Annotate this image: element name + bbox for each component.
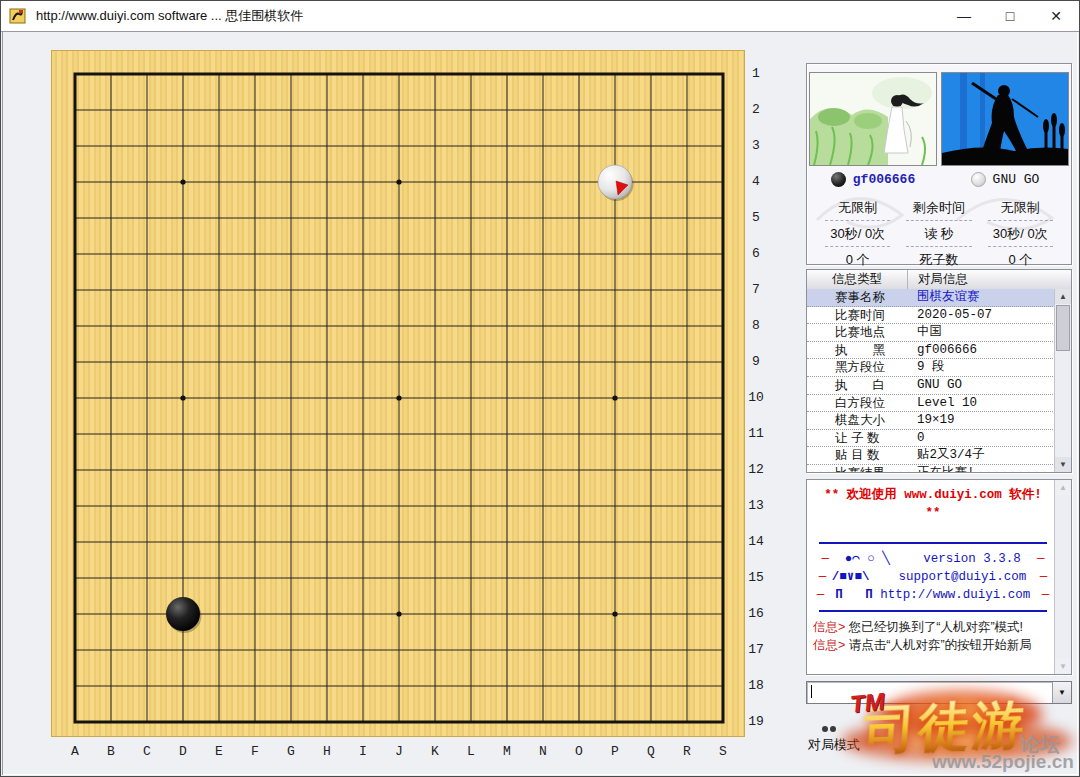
black-time-limit: 无限制	[825, 195, 890, 221]
row-label-19: 19	[744, 714, 768, 729]
row-label-2: 2	[744, 102, 768, 117]
console-scrollbar[interactable]: ▲ ▼	[1054, 480, 1071, 674]
row-label-1: 1	[744, 66, 768, 81]
row-label-5: 5	[744, 210, 768, 225]
info-message: 信息> 请点击“人机对弈”的按钮开始新局	[813, 636, 1053, 654]
row-value: 贴2又3/4子	[907, 447, 1055, 464]
row-label: 黑方段位	[807, 359, 907, 376]
row-label: 棋盘大小	[807, 412, 907, 429]
scroll-down-icon[interactable]: ▼	[1055, 659, 1071, 674]
row-label-17: 17	[744, 642, 768, 657]
table-row[interactable]: 白方段位Level 10	[807, 395, 1055, 413]
column-label-R: R	[669, 744, 705, 759]
row-label-4: 4	[744, 174, 768, 189]
row-label-6: 6	[744, 246, 768, 261]
column-label-O: O	[561, 744, 597, 759]
row-label-18: 18	[744, 678, 768, 693]
time-info-grid: 无限制 剩余时间 无限制 30秒/ 0次 读 秒 30秒/ 0次 0 个 死子数…	[817, 195, 1061, 272]
logo-tm-mark: TM	[849, 687, 886, 718]
column-label-I: I	[345, 744, 381, 759]
welcome-banner: ** 欢迎使用 www.duiyi.com 软件! **	[813, 486, 1053, 522]
table-row[interactable]: 比赛时间2020-05-07	[807, 307, 1055, 325]
column-label-D: D	[165, 744, 201, 759]
info-messages: 信息> 您已经切换到了“人机对弈”模式!信息> 请点击“人机对弈”的按钮开始新局	[813, 618, 1053, 654]
row-value: Level 10	[907, 395, 1055, 412]
app-window: { "game": "go", "window": { "title": "ht…	[0, 0, 1080, 777]
column-label-J: J	[381, 744, 417, 759]
info-message: 信息> 您已经切换到了“人机对弈”模式!	[813, 618, 1053, 636]
row-value: 19×19	[907, 412, 1055, 429]
black-stone-icon	[831, 172, 846, 187]
white-player-avatar	[941, 72, 1069, 166]
white-stone-icon	[971, 172, 986, 187]
scroll-up-icon[interactable]: ▲	[1055, 289, 1071, 304]
divider-line	[819, 610, 1047, 612]
table-row[interactable]: 让 子 数0	[807, 430, 1055, 448]
table-row[interactable]: 黑方段位9 段	[807, 359, 1055, 377]
column-label-B: B	[93, 744, 129, 759]
star-point	[396, 179, 401, 184]
column-label-A: A	[57, 744, 93, 759]
scroll-down-icon[interactable]: ▼	[1055, 457, 1071, 472]
column-label-G: G	[273, 744, 309, 759]
row-label: 执 白	[807, 377, 907, 394]
black-player: gf006666	[807, 172, 939, 187]
row-label: 赛事名称	[807, 289, 907, 306]
banner-line: —/■∨■\support@duiyi.com—	[813, 568, 1053, 586]
column-label-H: H	[309, 744, 345, 759]
window-title: http://www.duiyi.com software ... 思佳围棋软件	[36, 7, 303, 25]
title-bar[interactable]: http://www.duiyi.com software ... 思佳围棋软件…	[1, 1, 1079, 32]
row-label: 让 子 数	[807, 430, 907, 447]
row-label-7: 7	[744, 282, 768, 297]
banner-line: — ●⌒ ○ ╲version 3.3.8—	[813, 550, 1053, 568]
column-label-S: S	[705, 744, 741, 759]
row-label: 比赛时间	[807, 307, 907, 324]
star-point	[180, 179, 185, 184]
table-row[interactable]: 贴 目 数贴2又3/4子	[807, 447, 1055, 465]
column-label-F: F	[237, 744, 273, 759]
black-stone-D16	[166, 597, 200, 631]
row-label-11: 11	[744, 426, 768, 441]
client-area: 12345678910111213141516171819 ABCDEFGHIJ…	[2, 31, 1078, 775]
star-point	[180, 395, 185, 400]
row-label-13: 13	[744, 498, 768, 513]
table-row[interactable]: 执 黑gf006666	[807, 342, 1055, 360]
column-label-M: M	[489, 744, 525, 759]
game-info-table: 信息类型 对局信息 赛事名称围棋友谊赛比赛时间2020-05-07比赛地点中国执…	[806, 269, 1072, 473]
row-value: 0	[907, 430, 1055, 447]
row-label-10: 10	[744, 390, 768, 405]
ascii-banner: — ●⌒ ○ ╲version 3.3.8——/■∨■\support@duiy…	[813, 550, 1053, 604]
row-value: GNU GO	[907, 377, 1055, 394]
white-player-name: GNU GO	[993, 172, 1040, 187]
row-label: 执 黑	[807, 342, 907, 359]
column-label-E: E	[201, 744, 237, 759]
minimize-button[interactable]: —	[941, 1, 987, 31]
star-point	[612, 395, 617, 400]
divider-line	[819, 542, 1047, 544]
app-icon	[9, 7, 27, 25]
row-label-14: 14	[744, 534, 768, 549]
close-button[interactable]: ✕	[1033, 1, 1079, 31]
text-caret	[811, 685, 812, 698]
table-header[interactable]: 信息类型 对局信息	[807, 270, 1071, 290]
table-row[interactable]: 棋盘大小19×19	[807, 412, 1055, 430]
row-label: 贴 目 数	[807, 447, 907, 464]
table-row[interactable]: 赛事名称围棋友谊赛	[807, 289, 1055, 307]
byoyomi-label: 读 秒	[906, 221, 971, 247]
url-watermark: www.52pojie.cn	[932, 751, 1074, 773]
column-label-L: L	[453, 744, 489, 759]
remaining-time-label: 剩余时间	[906, 195, 971, 221]
go-board[interactable]	[52, 51, 744, 736]
row-label-12: 12	[744, 462, 768, 477]
row-label-3: 3	[744, 138, 768, 153]
star-point	[612, 611, 617, 616]
column-label-Q: Q	[633, 744, 669, 759]
white-stone-P4	[598, 165, 632, 199]
table-row[interactable]: 比赛地点中国	[807, 324, 1055, 342]
black-player-avatar	[809, 72, 937, 166]
row-value: 9 段	[907, 359, 1055, 376]
scroll-up-icon[interactable]: ▲	[1055, 480, 1071, 495]
maximize-button[interactable]: □	[987, 1, 1033, 31]
column-label-P: P	[597, 744, 633, 759]
row-label: 白方段位	[807, 395, 907, 412]
table-body: 赛事名称围棋友谊赛比赛时间2020-05-07比赛地点中国执 黑gf006666…	[807, 289, 1055, 472]
column-label-C: C	[129, 744, 165, 759]
player-panel: gf006666 GNU GO 无限制 剩余时间 无限制 30秒/ 0次 读 秒…	[806, 63, 1072, 265]
go-board-grid[interactable]	[52, 51, 744, 736]
table-row[interactable]: 执 白GNU GO	[807, 377, 1055, 395]
column-label-N: N	[525, 744, 561, 759]
scrollbar-thumb[interactable]	[1056, 305, 1070, 351]
row-label-15: 15	[744, 570, 768, 585]
message-console: ** 欢迎使用 www.duiyi.com 软件! ** — ●⌒ ○ ╲ver…	[806, 479, 1072, 675]
white-byoyomi: 30秒/ 0次	[988, 221, 1053, 247]
table-scrollbar[interactable]: ▲ ▼	[1054, 289, 1071, 472]
white-player: GNU GO	[939, 172, 1071, 187]
black-player-name: gf006666	[853, 172, 915, 187]
white-time-limit: 无限制	[988, 195, 1053, 221]
star-point	[396, 611, 401, 616]
banner-line: — Π Πhttp://www.duiyi.com—	[813, 586, 1053, 604]
black-byoyomi: 30秒/ 0次	[825, 221, 890, 247]
row-value: gf006666	[907, 342, 1055, 359]
header-info-type[interactable]: 信息类型	[807, 270, 908, 289]
dropdown-button[interactable]: ▼	[1052, 682, 1071, 703]
table-row[interactable]: 比赛结果正在比赛!	[807, 465, 1055, 472]
row-label: 比赛结果	[807, 465, 907, 472]
row-value: 2020-05-07	[907, 307, 1055, 324]
row-value: 围棋友谊赛	[907, 289, 1055, 306]
row-value: 正在比赛!	[907, 465, 1055, 472]
column-label-K: K	[417, 744, 453, 759]
chevron-down-icon: ▼	[1058, 688, 1066, 697]
star-point	[396, 395, 401, 400]
row-label-9: 9	[744, 354, 768, 369]
stones-icon	[822, 720, 838, 735]
row-label-16: 16	[744, 606, 768, 621]
row-value: 中国	[907, 324, 1055, 341]
header-game-info[interactable]: 对局信息	[908, 270, 1071, 289]
row-label: 比赛地点	[807, 324, 907, 341]
row-label-8: 8	[744, 318, 768, 333]
